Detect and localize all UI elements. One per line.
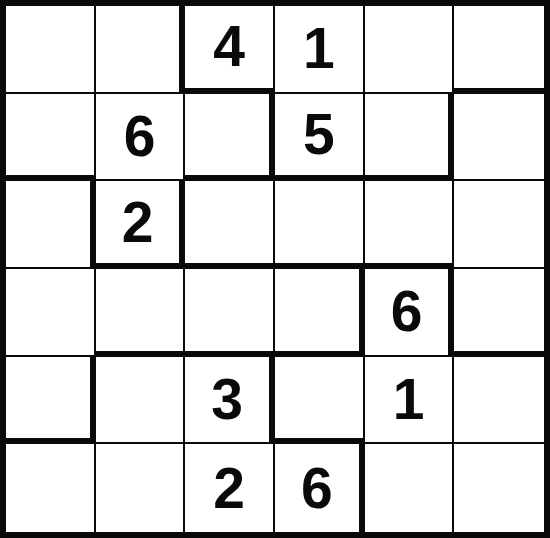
- cell-r3c3[interactable]: [185, 181, 275, 269]
- cell-r6c5[interactable]: [365, 444, 455, 532]
- cell-r6c4[interactable]: 6: [275, 444, 365, 532]
- cell-r4c4[interactable]: [275, 269, 365, 357]
- given-digit: 6: [391, 283, 423, 340]
- cell-r2c1[interactable]: [6, 94, 96, 182]
- given-digit: 6: [301, 460, 333, 517]
- given-digit: 1: [393, 371, 425, 428]
- cell-r4c5[interactable]: 6: [365, 269, 455, 357]
- given-digit: 6: [124, 108, 156, 165]
- cell-r1c5[interactable]: [365, 6, 455, 94]
- cell-r1c6[interactable]: [454, 6, 544, 94]
- given-digit: 2: [122, 194, 154, 251]
- cell-r4c1[interactable]: [6, 269, 96, 357]
- cell-r6c3[interactable]: 2: [185, 444, 275, 532]
- cell-r5c3[interactable]: 3: [185, 357, 275, 445]
- cell-r6c6[interactable]: [454, 444, 544, 532]
- cell-r4c3[interactable]: [185, 269, 275, 357]
- cell-r3c6[interactable]: [454, 181, 544, 269]
- given-digit: 4: [213, 18, 245, 75]
- cell-r2c2[interactable]: 6: [96, 94, 186, 182]
- cell-r5c2[interactable]: [96, 357, 186, 445]
- cell-r2c3[interactable]: [185, 94, 275, 182]
- cell-r4c2[interactable]: [96, 269, 186, 357]
- cell-r1c1[interactable]: [6, 6, 96, 94]
- jigsaw-sudoku-puzzle: 4165263126: [0, 0, 550, 538]
- given-digit: 1: [303, 20, 335, 77]
- given-digit: 5: [303, 106, 335, 163]
- cell-r3c2[interactable]: 2: [96, 181, 186, 269]
- cell-r5c6[interactable]: [454, 357, 544, 445]
- cell-r2c4[interactable]: 5: [275, 94, 365, 182]
- cell-r2c6[interactable]: [454, 94, 544, 182]
- cell-r2c5[interactable]: [365, 94, 455, 182]
- cell-r3c1[interactable]: [6, 181, 96, 269]
- cell-r1c3[interactable]: 4: [185, 6, 275, 94]
- cell-r3c5[interactable]: [365, 181, 455, 269]
- cell-r4c6[interactable]: [454, 269, 544, 357]
- given-digit: 3: [211, 371, 243, 428]
- cell-r6c2[interactable]: [96, 444, 186, 532]
- puzzle-board: 4165263126: [0, 0, 550, 538]
- cell-r6c1[interactable]: [6, 444, 96, 532]
- given-digit: 2: [213, 460, 245, 517]
- cell-r1c4[interactable]: 1: [275, 6, 365, 94]
- cell-r5c5[interactable]: 1: [365, 357, 455, 445]
- cell-r1c2[interactable]: [96, 6, 186, 94]
- cell-r3c4[interactable]: [275, 181, 365, 269]
- cell-r5c4[interactable]: [275, 357, 365, 445]
- cell-r5c1[interactable]: [6, 357, 96, 445]
